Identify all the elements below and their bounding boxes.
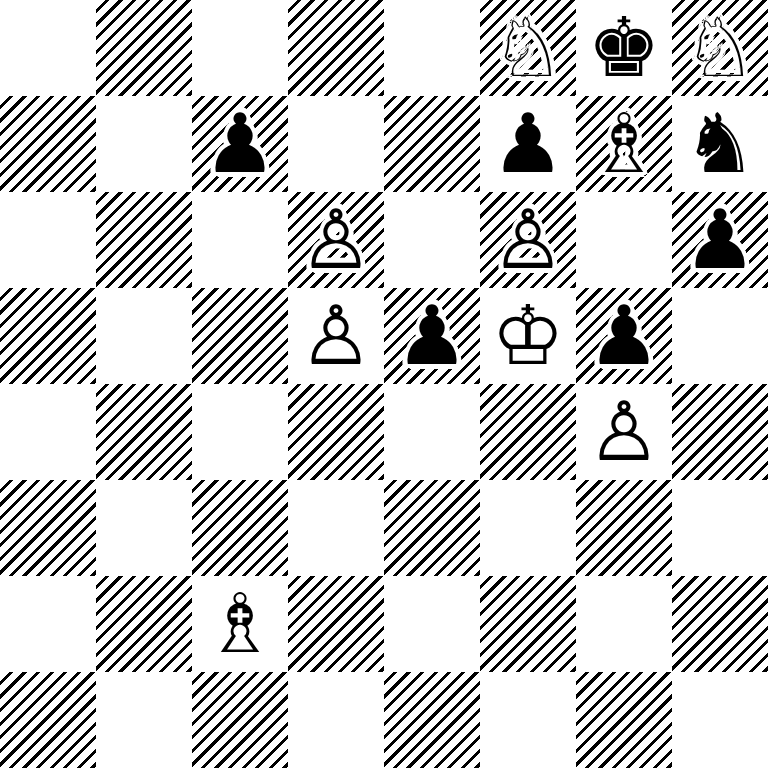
square-d8[interactable] bbox=[288, 0, 384, 96]
white-knight[interactable]: ♘ bbox=[491, 0, 565, 96]
square-g5[interactable]: ♟ bbox=[576, 288, 672, 384]
square-c7[interactable]: ♟ bbox=[192, 96, 288, 192]
square-c4[interactable] bbox=[192, 384, 288, 480]
square-b8[interactable] bbox=[96, 0, 192, 96]
white-bishop[interactable]: ♗ bbox=[203, 576, 277, 672]
square-c1[interactable] bbox=[192, 672, 288, 768]
square-a7[interactable] bbox=[0, 96, 96, 192]
square-g1[interactable] bbox=[576, 672, 672, 768]
square-b4[interactable] bbox=[96, 384, 192, 480]
square-e8[interactable] bbox=[384, 0, 480, 96]
black-pawn[interactable]: ♟ bbox=[683, 192, 757, 288]
square-d7[interactable] bbox=[288, 96, 384, 192]
square-h3[interactable] bbox=[672, 480, 768, 576]
square-b6[interactable] bbox=[96, 192, 192, 288]
square-h6[interactable]: ♟ bbox=[672, 192, 768, 288]
square-f5[interactable]: ♔ bbox=[480, 288, 576, 384]
square-h7[interactable]: ♞ bbox=[672, 96, 768, 192]
black-pawn[interactable]: ♟ bbox=[203, 96, 277, 192]
white-knight[interactable]: ♘ bbox=[683, 0, 757, 96]
square-d5[interactable]: ♙ bbox=[288, 288, 384, 384]
square-f1[interactable] bbox=[480, 672, 576, 768]
white-king[interactable]: ♔ bbox=[491, 288, 565, 384]
square-h5[interactable] bbox=[672, 288, 768, 384]
square-g2[interactable] bbox=[576, 576, 672, 672]
square-f7[interactable]: ♟ bbox=[480, 96, 576, 192]
square-g6[interactable] bbox=[576, 192, 672, 288]
black-king[interactable]: ♚ bbox=[587, 0, 661, 96]
black-pawn[interactable]: ♟ bbox=[395, 288, 469, 384]
square-a2[interactable] bbox=[0, 576, 96, 672]
square-c5[interactable] bbox=[192, 288, 288, 384]
square-a6[interactable] bbox=[0, 192, 96, 288]
white-pawn[interactable]: ♙ bbox=[299, 192, 373, 288]
square-g8[interactable]: ♚ bbox=[576, 0, 672, 96]
square-b7[interactable] bbox=[96, 96, 192, 192]
white-pawn[interactable]: ♙ bbox=[299, 288, 373, 384]
square-g7[interactable]: ♗ bbox=[576, 96, 672, 192]
square-e6[interactable] bbox=[384, 192, 480, 288]
square-f3[interactable] bbox=[480, 480, 576, 576]
square-c2[interactable]: ♗ bbox=[192, 576, 288, 672]
square-e3[interactable] bbox=[384, 480, 480, 576]
square-b5[interactable] bbox=[96, 288, 192, 384]
square-d1[interactable] bbox=[288, 672, 384, 768]
white-bishop[interactable]: ♗ bbox=[587, 96, 661, 192]
square-h1[interactable] bbox=[672, 672, 768, 768]
black-pawn[interactable]: ♟ bbox=[587, 288, 661, 384]
square-a4[interactable] bbox=[0, 384, 96, 480]
square-c3[interactable] bbox=[192, 480, 288, 576]
white-pawn[interactable]: ♙ bbox=[491, 192, 565, 288]
square-h4[interactable] bbox=[672, 384, 768, 480]
chess-board: ♘♚♘♟♟♗♞♙♙♟♙♟♔♟♙♗ bbox=[0, 0, 768, 768]
square-a8[interactable] bbox=[0, 0, 96, 96]
square-d4[interactable] bbox=[288, 384, 384, 480]
white-pawn[interactable]: ♙ bbox=[587, 384, 661, 480]
square-g3[interactable] bbox=[576, 480, 672, 576]
square-f2[interactable] bbox=[480, 576, 576, 672]
square-f4[interactable] bbox=[480, 384, 576, 480]
square-a3[interactable] bbox=[0, 480, 96, 576]
square-f8[interactable]: ♘ bbox=[480, 0, 576, 96]
black-knight[interactable]: ♞ bbox=[683, 96, 757, 192]
square-a5[interactable] bbox=[0, 288, 96, 384]
square-h2[interactable] bbox=[672, 576, 768, 672]
square-e1[interactable] bbox=[384, 672, 480, 768]
black-pawn[interactable]: ♟ bbox=[491, 96, 565, 192]
square-a1[interactable] bbox=[0, 672, 96, 768]
square-e4[interactable] bbox=[384, 384, 480, 480]
square-d3[interactable] bbox=[288, 480, 384, 576]
square-f6[interactable]: ♙ bbox=[480, 192, 576, 288]
square-e2[interactable] bbox=[384, 576, 480, 672]
square-d6[interactable]: ♙ bbox=[288, 192, 384, 288]
square-g4[interactable]: ♙ bbox=[576, 384, 672, 480]
square-c6[interactable] bbox=[192, 192, 288, 288]
square-b3[interactable] bbox=[96, 480, 192, 576]
square-e5[interactable]: ♟ bbox=[384, 288, 480, 384]
square-b2[interactable] bbox=[96, 576, 192, 672]
square-c8[interactable] bbox=[192, 0, 288, 96]
square-e7[interactable] bbox=[384, 96, 480, 192]
square-d2[interactable] bbox=[288, 576, 384, 672]
square-b1[interactable] bbox=[96, 672, 192, 768]
square-h8[interactable]: ♘ bbox=[672, 0, 768, 96]
